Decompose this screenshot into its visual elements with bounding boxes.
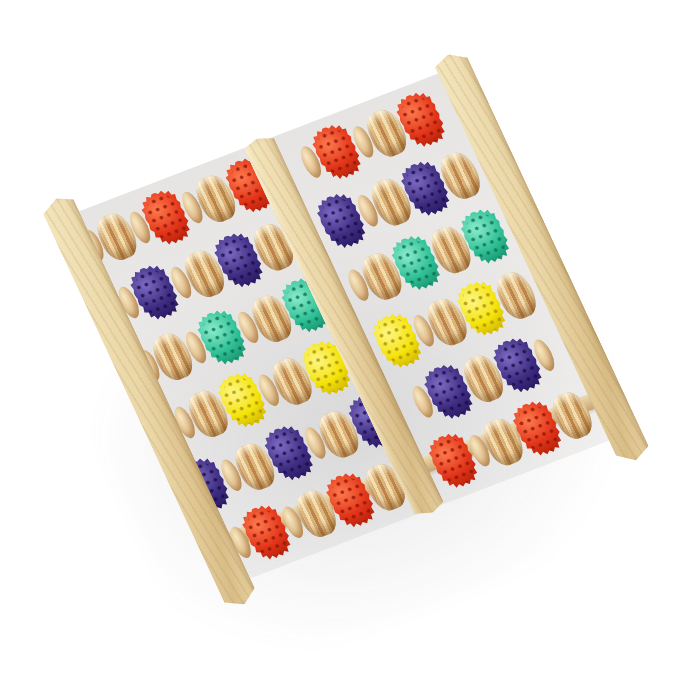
product-photo (0, 0, 700, 700)
